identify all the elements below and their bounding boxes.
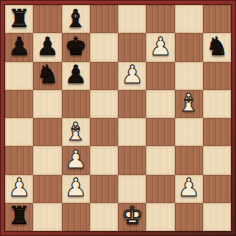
square-c1[interactable] — [62, 203, 90, 231]
black-pawn-piece: ♟ — [64, 62, 86, 87]
square-d2[interactable] — [90, 175, 118, 203]
square-e1[interactable]: ♚ — [118, 203, 146, 231]
square-e4[interactable] — [118, 118, 146, 146]
square-g7[interactable] — [175, 33, 203, 61]
square-b1[interactable] — [33, 203, 61, 231]
square-g2[interactable]: ♟ — [175, 175, 203, 203]
square-a1[interactable]: ♜ — [5, 203, 33, 231]
square-h1[interactable] — [203, 203, 231, 231]
square-a5[interactable] — [5, 90, 33, 118]
square-b5[interactable] — [33, 90, 61, 118]
square-c6[interactable]: ♟ — [62, 62, 90, 90]
white-king-piece: ♚ — [121, 203, 143, 228]
square-h5[interactable] — [203, 90, 231, 118]
square-d8[interactable] — [90, 5, 118, 33]
square-d1[interactable] — [90, 203, 118, 231]
square-f2[interactable] — [146, 175, 174, 203]
white-pawn-piece: ♟ — [64, 175, 86, 200]
square-f4[interactable] — [146, 118, 174, 146]
square-f3[interactable] — [146, 146, 174, 174]
square-b7[interactable]: ♟ — [33, 33, 61, 61]
white-pawn-piece: ♟ — [64, 147, 86, 172]
white-bishop-piece: ♝ — [177, 90, 199, 115]
square-b6[interactable]: ♞ — [33, 62, 61, 90]
square-c4[interactable]: ♝ — [62, 118, 90, 146]
square-d5[interactable] — [90, 90, 118, 118]
square-e3[interactable] — [118, 146, 146, 174]
square-a4[interactable] — [5, 118, 33, 146]
white-pawn-piece: ♟ — [149, 34, 171, 59]
white-pawn-piece: ♟ — [8, 175, 30, 200]
square-g5[interactable]: ♝ — [175, 90, 203, 118]
square-h6[interactable] — [203, 62, 231, 90]
square-e7[interactable] — [118, 33, 146, 61]
black-rook-piece: ♜ — [8, 6, 30, 31]
square-a8[interactable]: ♜ — [5, 5, 33, 33]
square-c8[interactable]: ♝ — [62, 5, 90, 33]
square-f7[interactable]: ♟ — [146, 33, 174, 61]
square-h3[interactable] — [203, 146, 231, 174]
square-a2[interactable]: ♟ — [5, 175, 33, 203]
square-h4[interactable] — [203, 118, 231, 146]
square-e2[interactable] — [118, 175, 146, 203]
square-h2[interactable] — [203, 175, 231, 203]
black-knight-piece: ♞ — [206, 34, 228, 59]
square-e8[interactable] — [118, 5, 146, 33]
square-b3[interactable] — [33, 146, 61, 174]
black-pawn-piece: ♟ — [8, 34, 30, 59]
white-pawn-piece: ♟ — [121, 62, 143, 87]
square-d6[interactable] — [90, 62, 118, 90]
square-e6[interactable]: ♟ — [118, 62, 146, 90]
square-d7[interactable] — [90, 33, 118, 61]
square-c7[interactable]: ♚ — [62, 33, 90, 61]
black-king-piece: ♚ — [64, 34, 86, 59]
square-g8[interactable] — [175, 5, 203, 33]
square-g3[interactable] — [175, 146, 203, 174]
square-b8[interactable] — [33, 5, 61, 33]
square-b2[interactable] — [33, 175, 61, 203]
square-e5[interactable] — [118, 90, 146, 118]
black-pawn-piece: ♟ — [36, 34, 58, 59]
black-rook-piece: ♜ — [8, 203, 30, 228]
square-h8[interactable] — [203, 5, 231, 33]
square-g1[interactable] — [175, 203, 203, 231]
square-d3[interactable] — [90, 146, 118, 174]
square-h7[interactable]: ♞ — [203, 33, 231, 61]
black-bishop-piece: ♝ — [64, 6, 86, 31]
square-c2[interactable]: ♟ — [62, 175, 90, 203]
board-frame: ♜♝♟♟♚♟♞♞♟♟♝♝♟♟♟♟♜♚ — [0, 0, 236, 236]
black-knight-piece: ♞ — [36, 62, 58, 87]
square-c5[interactable] — [62, 90, 90, 118]
square-f5[interactable] — [146, 90, 174, 118]
square-b4[interactable] — [33, 118, 61, 146]
square-a7[interactable]: ♟ — [5, 33, 33, 61]
square-a6[interactable] — [5, 62, 33, 90]
square-f1[interactable] — [146, 203, 174, 231]
square-f8[interactable] — [146, 5, 174, 33]
square-a3[interactable] — [5, 146, 33, 174]
square-g6[interactable] — [175, 62, 203, 90]
square-d4[interactable] — [90, 118, 118, 146]
square-g4[interactable] — [175, 118, 203, 146]
square-c3[interactable]: ♟ — [62, 146, 90, 174]
white-pawn-piece: ♟ — [177, 175, 199, 200]
chess-board: ♜♝♟♟♚♟♞♞♟♟♝♝♟♟♟♟♜♚ — [5, 5, 231, 231]
white-bishop-piece: ♝ — [64, 119, 86, 144]
square-f6[interactable] — [146, 62, 174, 90]
